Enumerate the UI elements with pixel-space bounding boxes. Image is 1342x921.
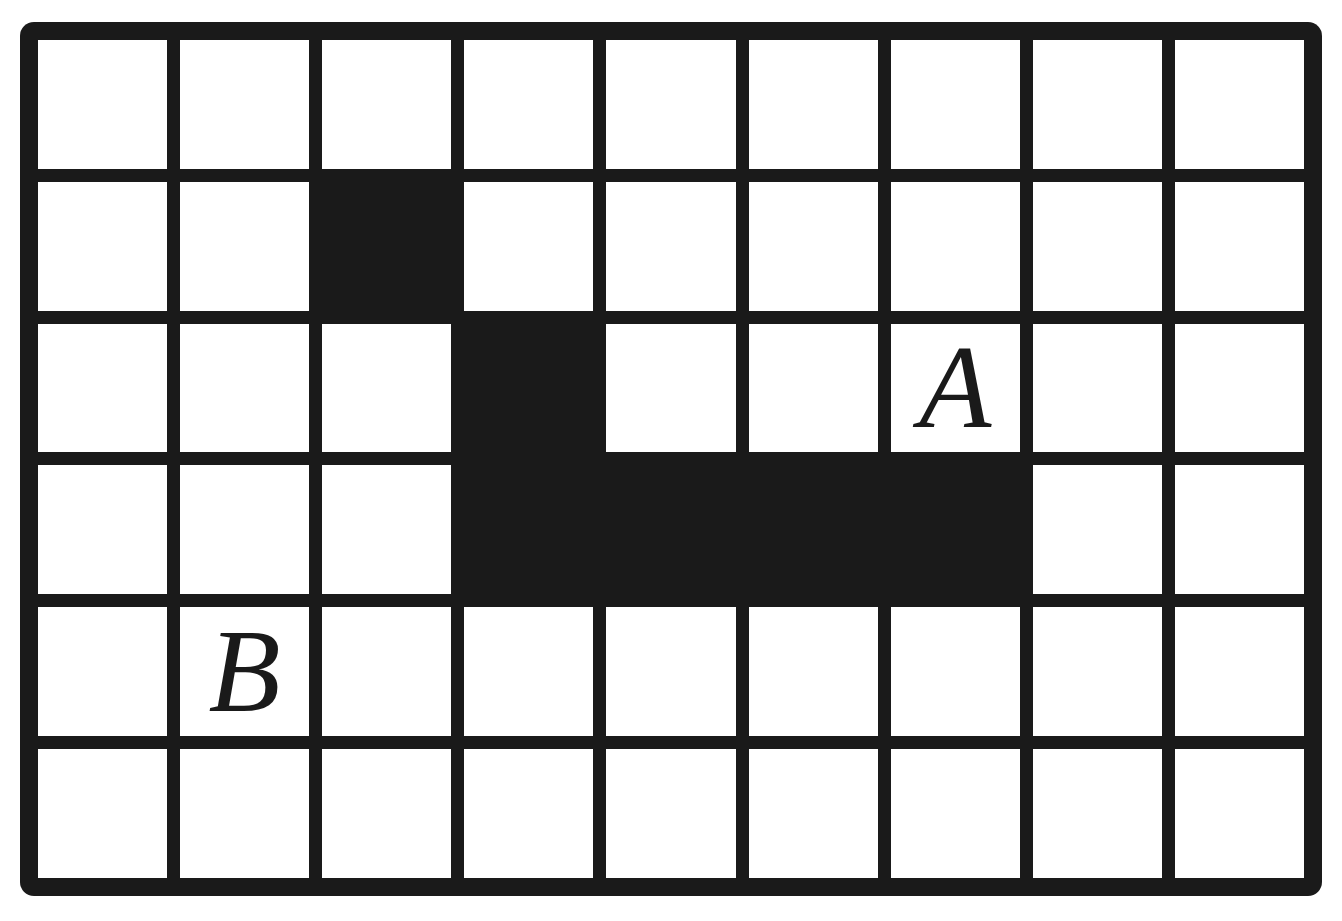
grid-cell [180, 182, 309, 311]
grid-cell [606, 324, 735, 453]
blocked-cell [322, 182, 451, 311]
grid-cell [38, 607, 167, 736]
grid-cell [38, 324, 167, 453]
grid-cell [322, 40, 451, 169]
grid-cell [1033, 465, 1162, 594]
grid-cell [891, 607, 1020, 736]
cell-label-a: A [919, 329, 991, 447]
grid-cell [749, 607, 878, 736]
grid-cell [38, 465, 167, 594]
grid-cell [1175, 465, 1304, 594]
grid-cell [322, 465, 451, 594]
grid-cell [606, 40, 735, 169]
grid-cell [38, 182, 167, 311]
grid-cell [180, 40, 309, 169]
puzzle-board: AB [20, 22, 1322, 896]
grid-cell [891, 182, 1020, 311]
grid-cell [1033, 40, 1162, 169]
grid-cell: A [891, 324, 1020, 453]
grid-cell [322, 324, 451, 453]
grid-cell [464, 40, 593, 169]
grid-cell [891, 40, 1020, 169]
grid-cell [180, 324, 309, 453]
grid-cell [606, 607, 735, 736]
grid-cell [606, 749, 735, 878]
grid-cell [1175, 749, 1304, 878]
grid-cell [464, 607, 593, 736]
blocked-cell [464, 465, 593, 594]
grid-cell [749, 182, 878, 311]
grid-cell: B [180, 607, 309, 736]
grid-cell [1175, 607, 1304, 736]
puzzle-grid: AB [38, 40, 1304, 878]
grid-cell [322, 749, 451, 878]
grid-cell [322, 607, 451, 736]
grid-cell [1033, 182, 1162, 311]
blocked-cell [606, 465, 735, 594]
grid-cell [1033, 324, 1162, 453]
grid-cell [464, 749, 593, 878]
blocked-cell [891, 465, 1020, 594]
grid-cell [38, 40, 167, 169]
grid-cell [180, 465, 309, 594]
grid-cell [749, 324, 878, 453]
grid-cell [749, 40, 878, 169]
grid-cell [606, 182, 735, 311]
grid-cell [180, 749, 309, 878]
blocked-cell [749, 465, 878, 594]
grid-cell [1175, 40, 1304, 169]
page: AB [0, 0, 1342, 921]
cell-label-b: B [209, 613, 281, 731]
blocked-cell [464, 324, 593, 453]
grid-cell [1033, 749, 1162, 878]
grid-cell [891, 749, 1020, 878]
grid-cell [464, 182, 593, 311]
grid-cell [1175, 324, 1304, 453]
grid-cell [1033, 607, 1162, 736]
grid-cell [38, 749, 167, 878]
grid-cell [749, 749, 878, 878]
grid-cell [1175, 182, 1304, 311]
